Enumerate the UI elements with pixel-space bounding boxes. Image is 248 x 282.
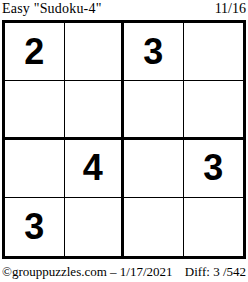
copyright-text: ©grouppuzzles.com – 1/17/2021 — [2, 264, 173, 280]
cell-r4c1[interactable]: 3 — [5, 198, 65, 256]
cell-r2c1[interactable] — [5, 81, 65, 139]
page-number: 11/16 — [215, 1, 246, 17]
cell-r1c2[interactable] — [65, 23, 125, 81]
cell-r3c1[interactable] — [5, 140, 65, 198]
cell-r4c4[interactable] — [184, 198, 244, 256]
cell-r2c2[interactable] — [65, 81, 125, 139]
puzzle-title: Easy "Sudoku-4" — [2, 1, 102, 17]
cell-r1c3[interactable]: 3 — [124, 23, 184, 81]
cell-r1c1[interactable]: 2 — [5, 23, 65, 81]
cell-r3c4[interactable]: 3 — [184, 140, 244, 198]
cell-r4c2[interactable] — [65, 198, 125, 256]
cell-r4c3[interactable] — [124, 198, 184, 256]
difficulty-text: Diff: 3 /542 — [185, 264, 246, 280]
sudoku-grid: 23433 — [2, 20, 246, 259]
cell-r1c4[interactable] — [184, 23, 244, 81]
cell-r2c4[interactable] — [184, 81, 244, 139]
cell-r3c3[interactable] — [124, 140, 184, 198]
cell-r2c3[interactable] — [124, 81, 184, 139]
cell-r3c2[interactable]: 4 — [65, 140, 125, 198]
